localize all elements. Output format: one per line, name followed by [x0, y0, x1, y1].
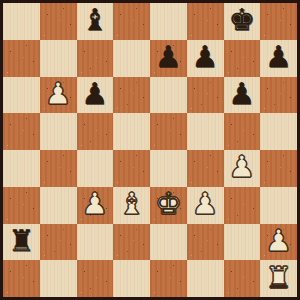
square-d5[interactable] — [113, 113, 150, 150]
square-h3[interactable] — [260, 187, 297, 224]
piece-black-pawn-h7[interactable]: ♟ — [265, 42, 292, 72]
piece-black-king-g8[interactable]: ♚ — [228, 5, 255, 35]
square-d7[interactable] — [113, 40, 150, 77]
square-d2[interactable] — [113, 224, 150, 261]
square-h6[interactable] — [260, 77, 297, 114]
square-d6[interactable] — [113, 77, 150, 114]
piece-white-king-e3[interactable]: ♚ — [155, 189, 182, 219]
square-d3[interactable]: ♝ — [113, 187, 150, 224]
square-g8[interactable]: ♚ — [224, 3, 261, 40]
square-a7[interactable] — [3, 40, 40, 77]
square-b2[interactable] — [40, 224, 77, 261]
piece-white-pawn-g4[interactable]: ♟ — [228, 152, 255, 182]
square-c2[interactable] — [77, 224, 114, 261]
square-f6[interactable] — [187, 77, 224, 114]
piece-white-pawn-b6[interactable]: ♟ — [45, 79, 72, 109]
piece-white-pawn-c3[interactable]: ♟ — [81, 189, 108, 219]
square-g6[interactable]: ♟ — [224, 77, 261, 114]
square-e5[interactable] — [150, 113, 187, 150]
chess-board: ♝♚♟♟♟♟♟♟♟♟♝♚♟♜♟♜ — [3, 3, 297, 297]
square-g3[interactable] — [224, 187, 261, 224]
square-f2[interactable] — [187, 224, 224, 261]
square-b7[interactable] — [40, 40, 77, 77]
square-f1[interactable] — [187, 260, 224, 297]
square-e8[interactable] — [150, 3, 187, 40]
square-b4[interactable] — [40, 150, 77, 187]
square-a4[interactable] — [3, 150, 40, 187]
square-b8[interactable] — [40, 3, 77, 40]
square-g5[interactable] — [224, 113, 261, 150]
square-c6[interactable]: ♟ — [77, 77, 114, 114]
square-a3[interactable] — [3, 187, 40, 224]
square-e1[interactable] — [150, 260, 187, 297]
piece-black-bishop-c8[interactable]: ♝ — [81, 5, 108, 35]
square-e3[interactable]: ♚ — [150, 187, 187, 224]
piece-white-rook-h1[interactable]: ♜ — [265, 263, 292, 293]
square-f7[interactable]: ♟ — [187, 40, 224, 77]
square-g1[interactable] — [224, 260, 261, 297]
square-c3[interactable]: ♟ — [77, 187, 114, 224]
piece-black-pawn-c6[interactable]: ♟ — [81, 79, 108, 109]
square-f3[interactable]: ♟ — [187, 187, 224, 224]
square-h1[interactable]: ♜ — [260, 260, 297, 297]
square-b1[interactable] — [40, 260, 77, 297]
square-e7[interactable]: ♟ — [150, 40, 187, 77]
square-a5[interactable] — [3, 113, 40, 150]
square-e6[interactable] — [150, 77, 187, 114]
square-h4[interactable] — [260, 150, 297, 187]
square-a6[interactable] — [3, 77, 40, 114]
square-a1[interactable] — [3, 260, 40, 297]
square-e2[interactable] — [150, 224, 187, 261]
piece-white-bishop-d3[interactable]: ♝ — [118, 189, 145, 219]
square-d8[interactable] — [113, 3, 150, 40]
square-c1[interactable] — [77, 260, 114, 297]
square-a8[interactable] — [3, 3, 40, 40]
square-e4[interactable] — [150, 150, 187, 187]
square-b6[interactable]: ♟ — [40, 77, 77, 114]
piece-black-pawn-f7[interactable]: ♟ — [192, 42, 219, 72]
square-c8[interactable]: ♝ — [77, 3, 114, 40]
square-h8[interactable] — [260, 3, 297, 40]
square-f4[interactable] — [187, 150, 224, 187]
square-h7[interactable]: ♟ — [260, 40, 297, 77]
square-g7[interactable] — [224, 40, 261, 77]
piece-white-pawn-h2[interactable]: ♟ — [265, 226, 292, 256]
square-f8[interactable] — [187, 3, 224, 40]
piece-black-pawn-e7[interactable]: ♟ — [155, 42, 182, 72]
piece-black-rook-a2[interactable]: ♜ — [8, 226, 35, 256]
square-c7[interactable] — [77, 40, 114, 77]
square-d4[interactable] — [113, 150, 150, 187]
square-g4[interactable]: ♟ — [224, 150, 261, 187]
square-c5[interactable] — [77, 113, 114, 150]
piece-black-pawn-g6[interactable]: ♟ — [228, 79, 255, 109]
square-b5[interactable] — [40, 113, 77, 150]
square-d1[interactable] — [113, 260, 150, 297]
square-h5[interactable] — [260, 113, 297, 150]
square-b3[interactable] — [40, 187, 77, 224]
square-h2[interactable]: ♟ — [260, 224, 297, 261]
square-g2[interactable] — [224, 224, 261, 261]
square-a2[interactable]: ♜ — [3, 224, 40, 261]
square-f5[interactable] — [187, 113, 224, 150]
chess-board-frame: ♝♚♟♟♟♟♟♟♟♟♝♚♟♜♟♜ — [0, 0, 300, 300]
square-c4[interactable] — [77, 150, 114, 187]
piece-white-pawn-f3[interactable]: ♟ — [192, 189, 219, 219]
